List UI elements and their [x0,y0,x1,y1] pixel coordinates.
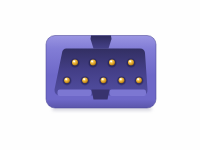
gold-pin [88,58,97,67]
connector-bottom-ledge-right [110,90,147,97]
product-photo [0,0,200,150]
gold-pin [70,58,79,67]
gold-pin [134,76,143,85]
gold-pin [99,76,108,85]
gold-pin [126,58,135,67]
gold-pin [117,76,126,85]
gold-pin [62,76,71,85]
gold-pin [80,76,89,85]
connector-bottom-key-notch [92,90,110,100]
connector-illustration [0,0,200,150]
connector-top-key-notch [91,36,112,49]
gold-pin [107,58,116,67]
connector-bottom-ledge-left [58,90,92,97]
connector-recess [54,49,147,96]
